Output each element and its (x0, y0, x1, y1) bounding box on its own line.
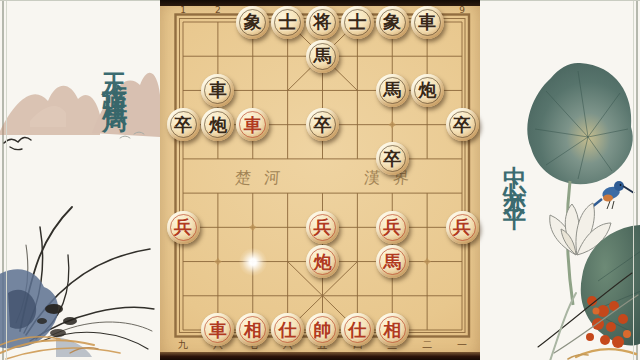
piece-red-advisor-f4r10[interactable]: 仕 (271, 313, 304, 346)
piece-black-advisor-f6r1[interactable]: 士 (341, 6, 374, 39)
piece-black-cannon-f8r3[interactable]: 炮 (411, 74, 444, 107)
piece-glyph: 相 (376, 313, 409, 346)
file-label-bottom-8: 二 (419, 340, 435, 350)
piece-black-pawn-f1r4[interactable]: 卒 (167, 108, 200, 141)
piece-red-king-f5r10[interactable]: 帥 (306, 313, 339, 346)
file-label-bottom-9: 一 (454, 340, 470, 350)
piece-glyph: 馬 (376, 245, 409, 278)
file-label-top-9: 9 (454, 5, 470, 15)
piece-black-pawn-f5r4[interactable]: 卒 (306, 108, 339, 141)
piece-black-pawn-f7r5[interactable]: 卒 (376, 142, 409, 175)
piece-black-chariot-f8r1[interactable]: 車 (411, 6, 444, 39)
piece-red-pawn-f5r7[interactable]: 兵 (306, 211, 339, 244)
piece-red-advisor-f6r10[interactable]: 仕 (341, 313, 374, 346)
piece-glyph: 兵 (167, 211, 200, 244)
piece-glyph: 仕 (341, 313, 374, 346)
piece-glyph: 兵 (446, 211, 479, 244)
piece-glyph: 兵 (306, 211, 339, 244)
piece-glyph: 炮 (411, 74, 444, 107)
piece-red-chariot-f3r4[interactable]: 車 (236, 108, 269, 141)
xiangqi-board: 123456789九八七六五四三二一 楚河 漢界 象士将士象車馬車馬炮卒炮卒卒卒… (160, 0, 480, 360)
file-label-top-2: 2 (210, 5, 226, 15)
piece-glyph: 卒 (446, 108, 479, 141)
piece-red-elephant-f7r10[interactable]: 相 (376, 313, 409, 346)
piece-black-elephant-f3r1[interactable]: 象 (236, 6, 269, 39)
piece-glyph: 士 (271, 6, 304, 39)
piece-black-horse-f5r2[interactable]: 馬 (306, 40, 339, 73)
piece-glyph: 士 (341, 6, 374, 39)
piece-glyph: 将 (306, 6, 339, 39)
piece-glyph: 車 (201, 313, 234, 346)
piece-red-pawn-f9r7[interactable]: 兵 (446, 211, 479, 244)
piece-black-cannon-f2r4[interactable]: 炮 (201, 108, 234, 141)
river-label-chu-he: 楚河 (234, 168, 293, 189)
piece-glyph: 炮 (306, 245, 339, 278)
file-label-bottom-1: 九 (175, 340, 191, 350)
piece-black-king-f5r1[interactable]: 将 (306, 6, 339, 39)
mountains-motif (0, 73, 160, 137)
piece-glyph: 車 (411, 6, 444, 39)
piece-red-chariot-f2r10[interactable]: 車 (201, 313, 234, 346)
piece-glyph: 車 (201, 74, 234, 107)
piece-glyph: 帥 (306, 313, 339, 346)
file-label-top-1: 1 (175, 5, 191, 15)
piece-black-chariot-f2r3[interactable]: 車 (201, 74, 234, 107)
move-indicator-dot (239, 248, 267, 276)
piece-glyph: 象 (236, 6, 269, 39)
piece-black-advisor-f4r1[interactable]: 士 (271, 6, 304, 39)
piece-red-horse-f7r8[interactable]: 馬 (376, 245, 409, 278)
piece-glyph: 兵 (376, 211, 409, 244)
video-frame: 玉作弹棋局 123456789九八七六五四三二一 楚河 漢界 象士将士象車馬車馬… (0, 0, 640, 360)
board-bottom-edge (160, 352, 480, 360)
left-scroll-panel: 玉作弹棋局 (0, 0, 160, 360)
ink-painting-left (0, 1, 160, 360)
left-calligraphy-text: 玉作弹棋局 (98, 53, 131, 98)
rock-motif (0, 269, 92, 357)
piece-glyph: 炮 (201, 108, 234, 141)
board-top-edge (160, 0, 480, 6)
lotus-leaf-motif (527, 63, 632, 184)
kingfisher-bird (592, 181, 634, 209)
piece-glyph: 象 (376, 6, 409, 39)
piece-red-pawn-f1r7[interactable]: 兵 (167, 211, 200, 244)
piece-black-elephant-f7r1[interactable]: 象 (376, 6, 409, 39)
right-calligraphy-text: 中心亦不平 (500, 147, 531, 202)
piece-glyph: 馬 (376, 74, 409, 107)
piece-glyph: 車 (236, 108, 269, 141)
piece-glyph: 仕 (271, 313, 304, 346)
piece-glyph: 卒 (167, 108, 200, 141)
piece-black-horse-f7r3[interactable]: 馬 (376, 74, 409, 107)
piece-red-pawn-f7r7[interactable]: 兵 (376, 211, 409, 244)
piece-glyph: 卒 (306, 108, 339, 141)
right-scroll-panel: 中心亦不平 (480, 0, 640, 360)
piece-red-cannon-f5r8[interactable]: 炮 (306, 245, 339, 278)
piece-glyph: 馬 (306, 40, 339, 73)
piece-red-elephant-f3r10[interactable]: 相 (236, 313, 269, 346)
piece-glyph: 卒 (376, 142, 409, 175)
piece-black-pawn-f9r4[interactable]: 卒 (446, 108, 479, 141)
piece-glyph: 相 (236, 313, 269, 346)
